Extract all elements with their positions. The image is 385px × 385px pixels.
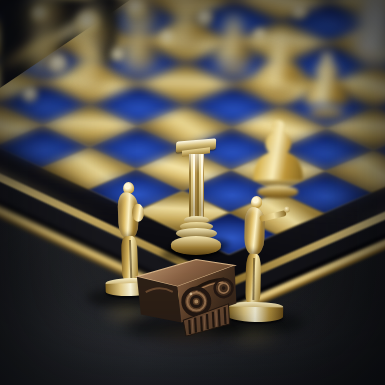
ionic-capital-graphic — [134, 253, 242, 338]
column-shaft — [189, 154, 204, 218]
bokeh-highlight — [111, 48, 125, 62]
board-piece-gold: ♟ — [65, 36, 117, 95]
board-piece-gold: ♟ — [112, 13, 166, 74]
bokeh-highlight — [160, 30, 176, 46]
piece-glyph: ♟ — [241, 115, 315, 190]
bokeh-highlight — [196, 9, 214, 27]
bokeh-highlight — [76, 10, 100, 34]
bokeh-highlight — [292, 4, 308, 20]
statue-torso — [244, 207, 265, 255]
chess-set-photo: ♟♟♟♟♟♟♟♟♟♟♟♟♟♟ — [0, 0, 385, 385]
statue-drape — [132, 203, 145, 221]
ionic-capital-piece — [134, 253, 242, 338]
column-base-disc — [171, 236, 221, 255]
bokeh-highlight — [31, 5, 49, 23]
piece-glyph: ♟ — [65, 36, 117, 89]
statue-arm — [259, 210, 287, 222]
statue-hand — [284, 206, 290, 212]
piece-glyph: ♟ — [295, 46, 360, 112]
bokeh-highlight — [253, 28, 267, 42]
bokeh-highlight — [48, 54, 68, 74]
board-piece-gold: ♟ — [241, 115, 315, 199]
bokeh-highlight — [22, 87, 38, 103]
column-pawn-piece — [168, 140, 224, 258]
